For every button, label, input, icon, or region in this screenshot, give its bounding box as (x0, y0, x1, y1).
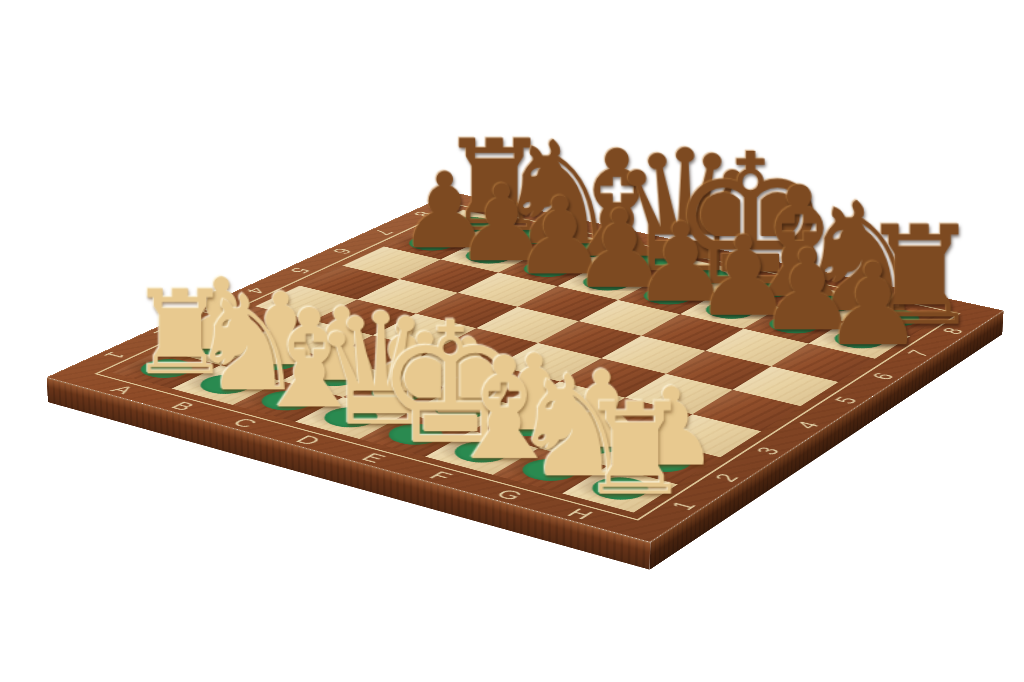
photo-scene: AABBCCDDEEFFGGHH1122334455667788 ♜♞♝♛♚♝♞… (0, 0, 1024, 682)
chess-board: AABBCCDDEEFFGGHH1122334455667788 ♜♞♝♛♚♝♞… (47, 192, 1004, 542)
board-top-face: AABBCCDDEEFFGGHH1122334455667788 ♜♞♝♛♚♝♞… (47, 192, 1004, 542)
